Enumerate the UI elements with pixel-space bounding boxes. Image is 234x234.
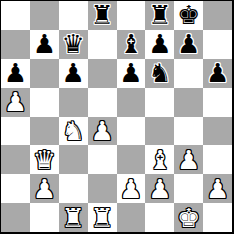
square-h2[interactable]: ♟ (203, 174, 232, 203)
white-knight-icon: ♞ (62, 118, 85, 144)
black-pawn-icon: ♟ (33, 31, 56, 57)
square-e4[interactable] (117, 117, 146, 146)
white-pawn-icon: ♟ (206, 176, 229, 202)
square-h1[interactable] (203, 203, 232, 232)
black-pawn-icon: ♟ (62, 60, 85, 86)
square-a3[interactable] (1, 145, 30, 174)
square-f3[interactable]: ♝ (145, 145, 174, 174)
square-d3[interactable] (88, 145, 117, 174)
white-pawn-icon: ♟ (90, 118, 113, 144)
square-d8[interactable]: ♜ (88, 1, 117, 30)
square-b1[interactable] (30, 203, 59, 232)
square-g2[interactable] (174, 174, 203, 203)
black-pawn-icon: ♟ (206, 60, 229, 86)
square-c7[interactable]: ♛ (59, 30, 88, 59)
square-f4[interactable] (145, 117, 174, 146)
black-knight-icon: ♞ (148, 60, 171, 86)
square-a1[interactable] (1, 203, 30, 232)
square-h8[interactable] (203, 1, 232, 30)
white-pawn-icon: ♟ (4, 89, 27, 115)
square-g6[interactable] (174, 59, 203, 88)
square-e7[interactable]: ♝ (117, 30, 146, 59)
square-c4[interactable]: ♞ (59, 117, 88, 146)
black-king-icon: ♚ (177, 2, 200, 28)
square-g8[interactable]: ♚ (174, 1, 203, 30)
chess-board: ♜♜♚♟♛♝♟♟♟♟♟♞♟♟♞♟♛♝♟♟♟♟♟♜♜♚ (0, 0, 234, 234)
square-f8[interactable]: ♜ (145, 1, 174, 30)
square-h7[interactable] (203, 30, 232, 59)
square-g3[interactable]: ♟ (174, 145, 203, 174)
square-e8[interactable] (117, 1, 146, 30)
square-f5[interactable] (145, 88, 174, 117)
square-b3[interactable]: ♛ (30, 145, 59, 174)
white-rook-icon: ♜ (90, 205, 113, 231)
black-rook-icon: ♜ (90, 2, 113, 28)
square-f1[interactable] (145, 203, 174, 232)
black-pawn-icon: ♟ (4, 60, 27, 86)
white-king-icon: ♚ (177, 205, 200, 231)
square-h6[interactable]: ♟ (203, 59, 232, 88)
black-rook-icon: ♜ (148, 2, 171, 28)
black-pawn-icon: ♟ (177, 31, 200, 57)
square-f7[interactable]: ♟ (145, 30, 174, 59)
square-c3[interactable] (59, 145, 88, 174)
square-c5[interactable] (59, 88, 88, 117)
square-c2[interactable] (59, 174, 88, 203)
square-a4[interactable] (1, 117, 30, 146)
square-c8[interactable] (59, 1, 88, 30)
square-a8[interactable] (1, 1, 30, 30)
square-h5[interactable] (203, 88, 232, 117)
square-g7[interactable]: ♟ (174, 30, 203, 59)
square-d7[interactable] (88, 30, 117, 59)
square-b7[interactable]: ♟ (30, 30, 59, 59)
square-b6[interactable] (30, 59, 59, 88)
square-b2[interactable]: ♟ (30, 174, 59, 203)
square-a6[interactable]: ♟ (1, 59, 30, 88)
black-bishop-icon: ♝ (119, 31, 142, 57)
square-d2[interactable] (88, 174, 117, 203)
white-bishop-icon: ♝ (148, 147, 171, 173)
square-e6[interactable]: ♟ (117, 59, 146, 88)
black-pawn-icon: ♟ (148, 31, 171, 57)
square-a7[interactable] (1, 30, 30, 59)
square-d5[interactable] (88, 88, 117, 117)
square-d4[interactable]: ♟ (88, 117, 117, 146)
square-g5[interactable] (174, 88, 203, 117)
square-h3[interactable] (203, 145, 232, 174)
square-b5[interactable] (30, 88, 59, 117)
square-e3[interactable] (117, 145, 146, 174)
square-e2[interactable]: ♟ (117, 174, 146, 203)
square-c6[interactable]: ♟ (59, 59, 88, 88)
square-e5[interactable] (117, 88, 146, 117)
square-b4[interactable] (30, 117, 59, 146)
square-h4[interactable] (203, 117, 232, 146)
white-rook-icon: ♜ (62, 205, 85, 231)
black-queen-icon: ♛ (62, 31, 85, 57)
square-b8[interactable] (30, 1, 59, 30)
square-f6[interactable]: ♞ (145, 59, 174, 88)
square-a5[interactable]: ♟ (1, 88, 30, 117)
square-e1[interactable] (117, 203, 146, 232)
chess-diagram: ♜♜♚♟♛♝♟♟♟♟♟♞♟♟♞♟♛♝♟♟♟♟♟♜♜♚ (0, 0, 234, 234)
white-pawn-icon: ♟ (119, 176, 142, 202)
white-pawn-icon: ♟ (177, 147, 200, 173)
square-c1[interactable]: ♜ (59, 203, 88, 232)
black-pawn-icon: ♟ (119, 60, 142, 86)
white-pawn-icon: ♟ (148, 176, 171, 202)
white-pawn-icon: ♟ (33, 176, 56, 202)
square-f2[interactable]: ♟ (145, 174, 174, 203)
square-g1[interactable]: ♚ (174, 203, 203, 232)
white-queen-icon: ♛ (33, 147, 56, 173)
square-g4[interactable] (174, 117, 203, 146)
square-d6[interactable] (88, 59, 117, 88)
square-d1[interactable]: ♜ (88, 203, 117, 232)
square-a2[interactable] (1, 174, 30, 203)
